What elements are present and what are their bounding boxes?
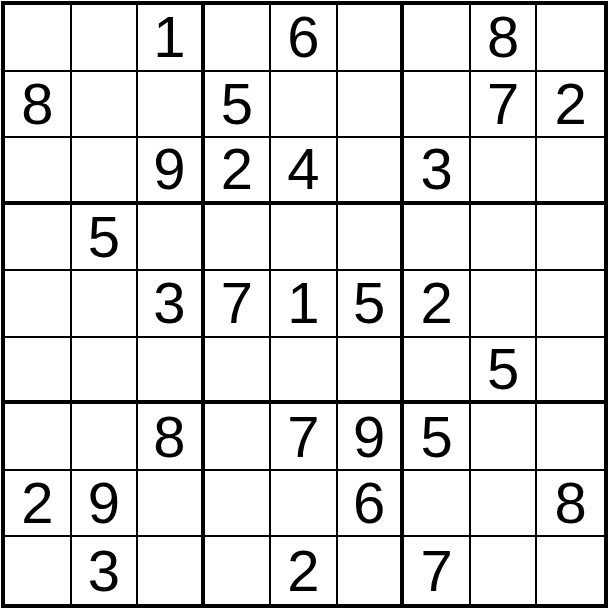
cell-r3c6[interactable] [338, 138, 405, 205]
cell-r5c5[interactable]: 1 [271, 271, 338, 338]
cell-r1c3[interactable]: 1 [138, 5, 205, 72]
cell-r7c5[interactable]: 7 [271, 404, 338, 471]
cell-r7c9[interactable] [537, 404, 604, 471]
cell-r9c6[interactable] [338, 537, 405, 604]
cell-r6c6[interactable] [338, 338, 405, 405]
cell-r7c7[interactable]: 5 [404, 404, 471, 471]
cell-r9c3[interactable] [138, 537, 205, 604]
cell-r7c6[interactable]: 9 [338, 404, 405, 471]
cell-r5c4[interactable]: 7 [205, 271, 272, 338]
cell-r3c5[interactable]: 4 [271, 138, 338, 205]
cell-r1c8[interactable]: 8 [471, 5, 538, 72]
cell-r5c7[interactable]: 2 [404, 271, 471, 338]
cell-r3c7[interactable]: 3 [404, 138, 471, 205]
cell-r2c4[interactable]: 5 [205, 72, 272, 139]
cell-r4c5[interactable] [271, 205, 338, 272]
cell-r9c7[interactable]: 7 [404, 537, 471, 604]
cell-r2c1[interactable]: 8 [5, 72, 72, 139]
cell-r2c3[interactable] [138, 72, 205, 139]
cell-r7c2[interactable] [72, 404, 139, 471]
cell-r6c9[interactable] [537, 338, 604, 405]
cell-r3c4[interactable]: 2 [205, 138, 272, 205]
cell-r8c4[interactable] [205, 471, 272, 538]
cell-r1c7[interactable] [404, 5, 471, 72]
cell-r2c5[interactable] [271, 72, 338, 139]
cell-r5c9[interactable] [537, 271, 604, 338]
cell-r1c9[interactable] [537, 5, 604, 72]
cell-r8c8[interactable] [471, 471, 538, 538]
cell-r2c2[interactable] [72, 72, 139, 139]
cell-r8c2[interactable]: 9 [72, 471, 139, 538]
cell-r8c9[interactable]: 8 [537, 471, 604, 538]
cell-r5c8[interactable] [471, 271, 538, 338]
cell-r3c3[interactable]: 9 [138, 138, 205, 205]
cell-r9c5[interactable]: 2 [271, 537, 338, 604]
cell-r5c2[interactable] [72, 271, 139, 338]
cell-r9c2[interactable]: 3 [72, 537, 139, 604]
cell-r6c7[interactable] [404, 338, 471, 405]
cell-r5c6[interactable]: 5 [338, 271, 405, 338]
cell-r7c3[interactable]: 8 [138, 404, 205, 471]
cell-r9c1[interactable] [5, 537, 72, 604]
cell-r5c1[interactable] [5, 271, 72, 338]
cell-r1c5[interactable]: 6 [271, 5, 338, 72]
cell-r5c3[interactable]: 3 [138, 271, 205, 338]
cell-r2c7[interactable] [404, 72, 471, 139]
cell-r7c1[interactable] [5, 404, 72, 471]
cell-r9c9[interactable] [537, 537, 604, 604]
cell-r8c5[interactable] [271, 471, 338, 538]
cell-r6c2[interactable] [72, 338, 139, 405]
cell-r4c6[interactable] [338, 205, 405, 272]
cell-r4c7[interactable] [404, 205, 471, 272]
cell-r4c1[interactable] [5, 205, 72, 272]
cell-r6c8[interactable]: 5 [471, 338, 538, 405]
cell-r9c8[interactable] [471, 537, 538, 604]
cell-r1c2[interactable] [72, 5, 139, 72]
cell-r7c4[interactable] [205, 404, 272, 471]
cell-r8c7[interactable] [404, 471, 471, 538]
cell-r8c1[interactable]: 2 [5, 471, 72, 538]
cell-r2c6[interactable] [338, 72, 405, 139]
cell-r3c2[interactable] [72, 138, 139, 205]
cell-r1c6[interactable] [338, 5, 405, 72]
cell-r4c9[interactable] [537, 205, 604, 272]
cell-r9c4[interactable] [205, 537, 272, 604]
sudoku-board: 16885729243537152587952968327 [1, 1, 608, 608]
cell-r6c1[interactable] [5, 338, 72, 405]
cell-r6c5[interactable] [271, 338, 338, 405]
cell-r8c3[interactable] [138, 471, 205, 538]
page: 16885729243537152587952968327 [0, 0, 609, 609]
cell-r6c3[interactable] [138, 338, 205, 405]
cell-r3c1[interactable] [5, 138, 72, 205]
cell-r7c8[interactable] [471, 404, 538, 471]
cell-r3c9[interactable] [537, 138, 604, 205]
cell-r1c1[interactable] [5, 5, 72, 72]
cell-r4c3[interactable] [138, 205, 205, 272]
cell-r6c4[interactable] [205, 338, 272, 405]
cell-r2c9[interactable]: 2 [537, 72, 604, 139]
cell-r3c8[interactable] [471, 138, 538, 205]
cell-r1c4[interactable] [205, 5, 272, 72]
cell-r2c8[interactable]: 7 [471, 72, 538, 139]
cell-r4c4[interactable] [205, 205, 272, 272]
cell-r4c8[interactable] [471, 205, 538, 272]
cell-r8c6[interactable]: 6 [338, 471, 405, 538]
cell-r4c2[interactable]: 5 [72, 205, 139, 272]
